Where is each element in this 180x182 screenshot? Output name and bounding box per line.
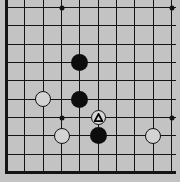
grid-line-horizontal xyxy=(5,44,176,45)
star-point xyxy=(169,115,174,120)
stone-white xyxy=(35,91,51,107)
stone-black xyxy=(90,127,107,144)
grid-line-horizontal xyxy=(5,25,176,26)
go-board xyxy=(0,0,180,182)
stone-black xyxy=(71,91,88,108)
stone-white-marked xyxy=(91,110,106,125)
grid-line-horizontal xyxy=(5,80,176,81)
stone-white xyxy=(54,128,70,144)
grid-line-horizontal xyxy=(5,171,176,174)
star-point xyxy=(59,115,64,120)
grid-line-horizontal xyxy=(5,99,176,100)
grid-line-horizontal xyxy=(5,7,176,8)
grid-line-horizontal xyxy=(5,62,176,63)
star-point xyxy=(169,5,174,10)
stone-black xyxy=(71,54,88,71)
triangle-marker xyxy=(94,113,103,122)
stone-white xyxy=(145,128,161,144)
go-diagram xyxy=(0,0,180,182)
star-point xyxy=(59,5,64,10)
grid-line-horizontal xyxy=(5,154,176,155)
